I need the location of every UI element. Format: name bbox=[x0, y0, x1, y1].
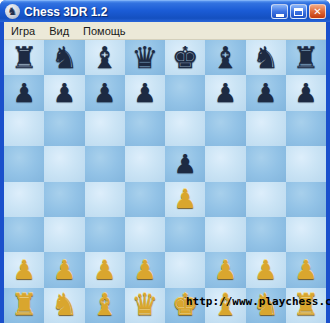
square-h7[interactable]: ♟ bbox=[286, 75, 326, 110]
black-queen[interactable]: ♛ bbox=[131, 43, 158, 73]
white-pawn[interactable]: ♟ bbox=[254, 257, 277, 283]
black-pawn[interactable]: ♟ bbox=[294, 80, 317, 106]
menu-item-view[interactable]: Вид bbox=[42, 23, 76, 39]
square-b7[interactable]: ♟ bbox=[44, 75, 84, 110]
black-pawn[interactable]: ♟ bbox=[133, 80, 156, 106]
black-bishop[interactable]: ♝ bbox=[212, 43, 239, 73]
window-title: Chess 3DR 1.2 bbox=[24, 5, 271, 19]
title-bar[interactable]: ♞ Chess 3DR 1.2 ✕ bbox=[0, 0, 330, 22]
square-d5[interactable] bbox=[125, 146, 165, 181]
square-g7[interactable]: ♟ bbox=[246, 75, 286, 110]
square-d1[interactable]: ♛ bbox=[125, 288, 165, 323]
white-knight[interactable]: ♞ bbox=[51, 290, 78, 320]
black-pawn[interactable]: ♟ bbox=[214, 80, 237, 106]
black-knight[interactable]: ♞ bbox=[51, 43, 78, 73]
menu-item-help[interactable]: Помощь bbox=[76, 23, 133, 39]
square-g5[interactable] bbox=[246, 146, 286, 181]
square-b2[interactable]: ♟ bbox=[44, 252, 84, 287]
square-c7[interactable]: ♟ bbox=[85, 75, 125, 110]
square-f2[interactable]: ♟ bbox=[205, 252, 245, 287]
square-b6[interactable] bbox=[44, 111, 84, 146]
close-icon: ✕ bbox=[313, 5, 321, 18]
white-pawn[interactable]: ♟ bbox=[133, 257, 156, 283]
square-c8[interactable]: ♝ bbox=[85, 40, 125, 75]
square-d3[interactable] bbox=[125, 217, 165, 252]
square-d8[interactable]: ♛ bbox=[125, 40, 165, 75]
square-a3[interactable] bbox=[4, 217, 44, 252]
square-e2[interactable] bbox=[165, 252, 205, 287]
square-f6[interactable] bbox=[205, 111, 245, 146]
square-f3[interactable] bbox=[205, 217, 245, 252]
black-rook[interactable]: ♜ bbox=[11, 43, 38, 73]
square-g3[interactable] bbox=[246, 217, 286, 252]
square-d2[interactable]: ♟ bbox=[125, 252, 165, 287]
square-c3[interactable] bbox=[85, 217, 125, 252]
white-pawn[interactable]: ♟ bbox=[53, 257, 76, 283]
app-icon: ♞ bbox=[5, 4, 20, 19]
black-rook[interactable]: ♜ bbox=[292, 43, 319, 73]
black-pawn[interactable]: ♟ bbox=[12, 80, 35, 106]
square-g2[interactable]: ♟ bbox=[246, 252, 286, 287]
square-d7[interactable]: ♟ bbox=[125, 75, 165, 110]
white-queen[interactable]: ♛ bbox=[131, 290, 158, 320]
white-pawn[interactable]: ♟ bbox=[214, 257, 237, 283]
window-controls: ✕ bbox=[271, 4, 326, 19]
minimize-button[interactable] bbox=[271, 4, 288, 19]
app-window: ♞ Chess 3DR 1.2 ✕ Игра Вид Помощь ♜♞♝♛♚♝… bbox=[0, 0, 330, 323]
square-c1[interactable]: ♝ bbox=[85, 288, 125, 323]
square-h4[interactable] bbox=[286, 182, 326, 217]
black-pawn[interactable]: ♟ bbox=[53, 80, 76, 106]
square-d6[interactable] bbox=[125, 111, 165, 146]
black-pawn[interactable]: ♟ bbox=[254, 80, 277, 106]
white-pawn[interactable]: ♟ bbox=[173, 186, 196, 212]
square-a8[interactable]: ♜ bbox=[4, 40, 44, 75]
minimize-icon bbox=[276, 14, 284, 17]
black-king[interactable]: ♚ bbox=[172, 43, 199, 73]
square-a6[interactable] bbox=[4, 111, 44, 146]
watermark-url: http://www.playchess.c bbox=[186, 295, 330, 308]
square-e3[interactable] bbox=[165, 217, 205, 252]
square-a5[interactable] bbox=[4, 146, 44, 181]
square-c6[interactable] bbox=[85, 111, 125, 146]
square-h5[interactable] bbox=[286, 146, 326, 181]
square-d4[interactable] bbox=[125, 182, 165, 217]
square-h2[interactable]: ♟ bbox=[286, 252, 326, 287]
close-button[interactable]: ✕ bbox=[309, 4, 326, 19]
menu-item-game[interactable]: Игра bbox=[4, 23, 42, 39]
white-pawn[interactable]: ♟ bbox=[93, 257, 116, 283]
chess-board: ♜♞♝♛♚♝♞♜♟♟♟♟♟♟♟♟♟♟♟♟♟♟♟♟♜♞♝♛♚♝♞♜ bbox=[4, 40, 326, 323]
square-g6[interactable] bbox=[246, 111, 286, 146]
white-rook[interactable]: ♜ bbox=[11, 290, 38, 320]
square-e7[interactable] bbox=[165, 75, 205, 110]
square-a4[interactable] bbox=[4, 182, 44, 217]
square-c4[interactable] bbox=[85, 182, 125, 217]
white-pawn[interactable]: ♟ bbox=[294, 257, 317, 283]
square-e8[interactable]: ♚ bbox=[165, 40, 205, 75]
maximize-icon bbox=[294, 8, 303, 16]
square-a1[interactable]: ♜ bbox=[4, 288, 44, 323]
square-f5[interactable] bbox=[205, 146, 245, 181]
square-c5[interactable] bbox=[85, 146, 125, 181]
square-b1[interactable]: ♞ bbox=[44, 288, 84, 323]
square-b3[interactable] bbox=[44, 217, 84, 252]
black-pawn[interactable]: ♟ bbox=[93, 80, 116, 106]
square-c2[interactable]: ♟ bbox=[85, 252, 125, 287]
square-f8[interactable]: ♝ bbox=[205, 40, 245, 75]
square-g4[interactable] bbox=[246, 182, 286, 217]
white-pawn[interactable]: ♟ bbox=[12, 257, 35, 283]
square-h6[interactable] bbox=[286, 111, 326, 146]
square-a7[interactable]: ♟ bbox=[4, 75, 44, 110]
square-e5[interactable]: ♟ bbox=[165, 146, 205, 181]
maximize-button[interactable] bbox=[290, 4, 307, 19]
square-f7[interactable]: ♟ bbox=[205, 75, 245, 110]
menu-bar: Игра Вид Помощь bbox=[4, 22, 326, 40]
square-h8[interactable]: ♜ bbox=[286, 40, 326, 75]
square-g8[interactable]: ♞ bbox=[246, 40, 286, 75]
white-bishop[interactable]: ♝ bbox=[91, 290, 118, 320]
square-b4[interactable] bbox=[44, 182, 84, 217]
square-f4[interactable] bbox=[205, 182, 245, 217]
square-e6[interactable] bbox=[165, 111, 205, 146]
square-h3[interactable] bbox=[286, 217, 326, 252]
square-b8[interactable]: ♞ bbox=[44, 40, 84, 75]
square-e4[interactable]: ♟ bbox=[165, 182, 205, 217]
square-b5[interactable] bbox=[44, 146, 84, 181]
black-bishop[interactable]: ♝ bbox=[91, 43, 118, 73]
square-a2[interactable]: ♟ bbox=[4, 252, 44, 287]
black-pawn[interactable]: ♟ bbox=[173, 151, 196, 177]
black-knight[interactable]: ♞ bbox=[252, 43, 279, 73]
